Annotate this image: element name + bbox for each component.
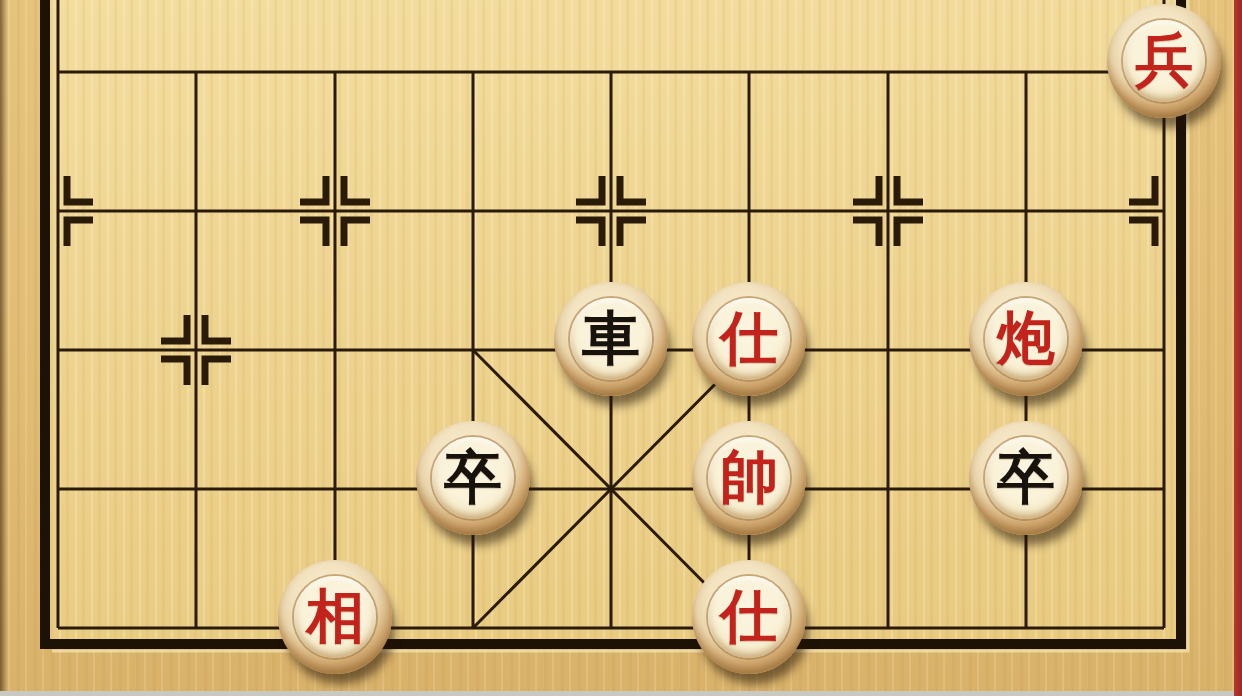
piece-red-advisor-f6r3[interactable]: 仕 [692, 282, 806, 396]
piece-face: 卒 [432, 437, 514, 519]
xiangqi-board-scene: 兵車仕炮卒帥卒相仕 [0, 0, 1242, 696]
screen-bottom-strip [0, 691, 1242, 696]
piece-black-soldier-f8r2[interactable]: 卒 [969, 421, 1083, 535]
piece-black-soldier-f4r2[interactable]: 卒 [416, 421, 530, 535]
piece-character: 卒 [444, 449, 502, 507]
screen-right-strip [1234, 0, 1242, 696]
piece-red-soldier-f9r5[interactable]: 兵 [1107, 4, 1221, 118]
frame-left-shadow [0, 0, 8, 696]
piece-face: 相 [294, 576, 376, 658]
piece-character: 兵 [1135, 32, 1193, 90]
piece-character: 仕 [720, 310, 778, 368]
piece-red-advisor-f6r1[interactable]: 仕 [692, 560, 806, 674]
piece-face: 仕 [708, 576, 790, 658]
piece-character: 車 [582, 310, 640, 368]
piece-character: 卒 [997, 449, 1055, 507]
piece-red-cannon-f8r3[interactable]: 炮 [969, 282, 1083, 396]
piece-black-chariot-f5r3[interactable]: 車 [554, 282, 668, 396]
piece-red-elephant-f3r1[interactable]: 相 [278, 560, 392, 674]
piece-face: 車 [570, 298, 652, 380]
piece-face: 炮 [985, 298, 1067, 380]
piece-red-general-f6r2[interactable]: 帥 [692, 421, 806, 535]
piece-face: 帥 [708, 437, 790, 519]
piece-character: 炮 [997, 310, 1055, 368]
piece-face: 卒 [985, 437, 1067, 519]
pieces-layer: 兵車仕炮卒帥卒相仕 [0, 0, 1242, 696]
piece-character: 帥 [720, 449, 778, 507]
piece-face: 兵 [1123, 20, 1205, 102]
piece-face: 仕 [708, 298, 790, 380]
piece-character: 仕 [720, 588, 778, 646]
piece-character: 相 [306, 588, 364, 646]
